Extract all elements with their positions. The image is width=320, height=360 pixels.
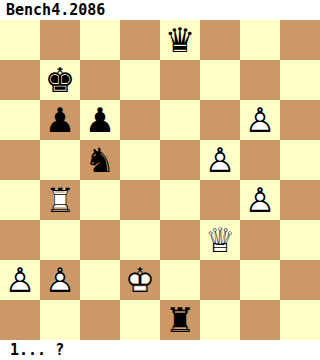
square-e4[interactable] [160,180,200,220]
square-c6[interactable]: ♟ [80,100,120,140]
square-h7[interactable] [280,60,320,100]
square-f6[interactable] [200,100,240,140]
square-f2[interactable] [200,260,240,300]
square-b1[interactable] [40,300,80,340]
square-d3[interactable] [120,220,160,260]
square-h3[interactable] [280,220,320,260]
square-g4[interactable]: ♟♙ [240,180,280,220]
piece-glyph: ♙ [0,260,40,300]
square-f1[interactable] [200,300,240,340]
square-b2[interactable]: ♟♙ [40,260,80,300]
square-d8[interactable] [120,20,160,60]
square-f8[interactable] [200,20,240,60]
chess-board: ♛♚♟♟♟♙♞♟♙♜♖♟♙♛♕♟♙♟♙♚♔♜ [0,20,320,340]
piece-glyph: ♙ [240,180,280,220]
square-b6[interactable]: ♟ [40,100,80,140]
square-h1[interactable] [280,300,320,340]
square-c8[interactable] [80,20,120,60]
square-h8[interactable] [280,20,320,60]
piece-glyph: ♙ [40,260,80,300]
black-pawn-b6: ♟ [40,100,80,140]
square-a7[interactable] [0,60,40,100]
square-a3[interactable] [0,220,40,260]
square-a8[interactable] [0,20,40,60]
white-pawn-a2: ♟♙ [0,260,40,300]
piece-glyph: ♞ [80,140,120,180]
square-h5[interactable] [280,140,320,180]
square-b4[interactable]: ♜♖ [40,180,80,220]
square-h4[interactable] [280,180,320,220]
white-pawn-g4: ♟♙ [240,180,280,220]
square-g3[interactable] [240,220,280,260]
piece-glyph: ♕ [200,220,240,260]
square-f4[interactable] [200,180,240,220]
square-a5[interactable] [0,140,40,180]
black-queen-e8: ♛ [160,20,200,60]
square-c7[interactable] [80,60,120,100]
square-f7[interactable] [200,60,240,100]
white-rook-b4: ♜♖ [40,180,80,220]
square-b8[interactable] [40,20,80,60]
square-g2[interactable] [240,260,280,300]
square-d6[interactable] [120,100,160,140]
square-d5[interactable] [120,140,160,180]
square-b7[interactable]: ♚ [40,60,80,100]
piece-glyph: ♟ [40,100,80,140]
move-prompt: 1... ? [0,341,64,359]
black-pawn-c6: ♟ [80,100,120,140]
piece-glyph: ♜ [160,300,200,340]
square-d7[interactable] [120,60,160,100]
square-e5[interactable] [160,140,200,180]
status-bar: 1... ? [0,340,320,360]
square-e2[interactable] [160,260,200,300]
square-c5[interactable]: ♞ [80,140,120,180]
square-h2[interactable] [280,260,320,300]
white-pawn-f5: ♟♙ [200,140,240,180]
square-c2[interactable] [80,260,120,300]
piece-glyph: ♖ [40,180,80,220]
square-g7[interactable] [240,60,280,100]
piece-glyph: ♟ [80,100,120,140]
black-rook-e1: ♜ [160,300,200,340]
square-c4[interactable] [80,180,120,220]
piece-glyph: ♚ [40,60,80,100]
square-g1[interactable] [240,300,280,340]
square-g5[interactable] [240,140,280,180]
square-h6[interactable] [280,100,320,140]
square-d1[interactable] [120,300,160,340]
square-c1[interactable] [80,300,120,340]
white-king-d2: ♚♔ [120,260,160,300]
square-e1[interactable]: ♜ [160,300,200,340]
square-a2[interactable]: ♟♙ [0,260,40,300]
piece-glyph: ♔ [120,260,160,300]
piece-glyph: ♙ [240,100,280,140]
page-title: Bench4.2086 [0,1,105,19]
square-a4[interactable] [0,180,40,220]
square-e6[interactable] [160,100,200,140]
piece-glyph: ♛ [160,20,200,60]
square-b5[interactable] [40,140,80,180]
square-g6[interactable]: ♟♙ [240,100,280,140]
piece-glyph: ♙ [200,140,240,180]
square-f3[interactable]: ♛♕ [200,220,240,260]
white-queen-f3: ♛♕ [200,220,240,260]
square-c3[interactable] [80,220,120,260]
square-e8[interactable]: ♛ [160,20,200,60]
white-pawn-b2: ♟♙ [40,260,80,300]
square-a1[interactable] [0,300,40,340]
square-d2[interactable]: ♚♔ [120,260,160,300]
square-a6[interactable] [0,100,40,140]
square-b3[interactable] [40,220,80,260]
black-king-b7: ♚ [40,60,80,100]
title-bar: Bench4.2086 [0,0,320,20]
white-pawn-g6: ♟♙ [240,100,280,140]
black-knight-c5: ♞ [80,140,120,180]
square-e3[interactable] [160,220,200,260]
square-g8[interactable] [240,20,280,60]
square-e7[interactable] [160,60,200,100]
square-f5[interactable]: ♟♙ [200,140,240,180]
square-d4[interactable] [120,180,160,220]
